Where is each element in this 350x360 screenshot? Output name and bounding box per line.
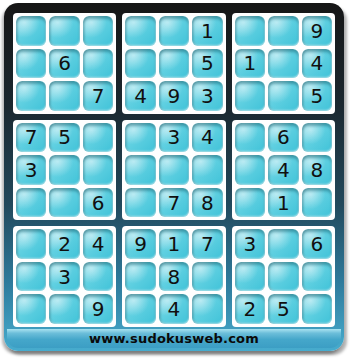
cell-r1c8[interactable] [268, 16, 298, 46]
cell-r9c9[interactable] [302, 294, 332, 324]
cell-r8c8[interactable] [268, 262, 298, 292]
box-2-2: 3478 [122, 120, 225, 221]
cell-r4c1[interactable]: 7 [16, 123, 46, 153]
cell-r2c9[interactable]: 4 [302, 49, 332, 79]
cell-r4c6[interactable]: 4 [192, 123, 222, 153]
cell-r2c5[interactable] [159, 49, 189, 79]
cell-r6c6[interactable]: 8 [192, 188, 222, 218]
cell-r1c5[interactable] [159, 16, 189, 46]
site-url[interactable]: www.sudokusweb.com [89, 331, 259, 346]
cell-r6c4[interactable] [125, 188, 155, 218]
sudoku-grid: 671549391457536347864812439917843625 [13, 13, 335, 327]
cell-r5c3[interactable] [83, 155, 113, 185]
cell-r1c3[interactable] [83, 16, 113, 46]
cell-r4c3[interactable] [83, 123, 113, 153]
cell-r9c7[interactable]: 2 [235, 294, 265, 324]
cell-r3c8[interactable] [268, 81, 298, 111]
cell-r6c8[interactable]: 1 [268, 188, 298, 218]
box-3-3: 3625 [232, 226, 335, 327]
cell-r5c1[interactable]: 3 [16, 155, 46, 185]
cell-r7c4[interactable]: 9 [125, 229, 155, 259]
cell-r5c7[interactable] [235, 155, 265, 185]
cell-r6c5[interactable]: 7 [159, 188, 189, 218]
box-3-2: 91784 [122, 226, 225, 327]
box-3-1: 2439 [13, 226, 116, 327]
cell-r4c2[interactable]: 5 [49, 123, 79, 153]
cell-r9c6[interactable] [192, 294, 222, 324]
box-2-1: 7536 [13, 120, 116, 221]
cell-r2c4[interactable] [125, 49, 155, 79]
cell-r3c1[interactable] [16, 81, 46, 111]
cell-r3c6[interactable]: 3 [192, 81, 222, 111]
cell-r7c6[interactable]: 7 [192, 229, 222, 259]
cell-r1c9[interactable]: 9 [302, 16, 332, 46]
cell-r9c2[interactable] [49, 294, 79, 324]
cell-r5c8[interactable]: 4 [268, 155, 298, 185]
cell-r2c3[interactable] [83, 49, 113, 79]
cell-r2c6[interactable]: 5 [192, 49, 222, 79]
cell-r3c7[interactable] [235, 81, 265, 111]
cell-r2c2[interactable]: 6 [49, 49, 79, 79]
cell-r2c1[interactable] [16, 49, 46, 79]
box-1-2: 15493 [122, 13, 225, 114]
cell-r3c9[interactable]: 5 [302, 81, 332, 111]
cell-r7c2[interactable]: 2 [49, 229, 79, 259]
cell-r8c1[interactable] [16, 262, 46, 292]
cell-r8c4[interactable] [125, 262, 155, 292]
cell-r6c9[interactable] [302, 188, 332, 218]
cell-r3c2[interactable] [49, 81, 79, 111]
cell-r6c7[interactable] [235, 188, 265, 218]
cell-r4c9[interactable] [302, 123, 332, 153]
cell-r7c5[interactable]: 1 [159, 229, 189, 259]
cell-r1c2[interactable] [49, 16, 79, 46]
cell-r9c5[interactable]: 4 [159, 294, 189, 324]
cell-r3c3[interactable]: 7 [83, 81, 113, 111]
cell-r3c5[interactable]: 9 [159, 81, 189, 111]
cell-r7c8[interactable] [268, 229, 298, 259]
cell-r7c1[interactable] [16, 229, 46, 259]
cell-r1c1[interactable] [16, 16, 46, 46]
box-2-3: 6481 [232, 120, 335, 221]
cell-r1c4[interactable] [125, 16, 155, 46]
cell-r2c8[interactable] [268, 49, 298, 79]
footer-bar: www.sudokusweb.com [7, 329, 341, 348]
cell-r9c4[interactable] [125, 294, 155, 324]
cell-r8c3[interactable] [83, 262, 113, 292]
cell-r5c6[interactable] [192, 155, 222, 185]
cell-r4c8[interactable]: 6 [268, 123, 298, 153]
cell-r5c9[interactable]: 8 [302, 155, 332, 185]
cell-r5c2[interactable] [49, 155, 79, 185]
cell-r8c5[interactable]: 8 [159, 262, 189, 292]
cell-r8c6[interactable] [192, 262, 222, 292]
cell-r9c8[interactable]: 5 [268, 294, 298, 324]
cell-r2c7[interactable]: 1 [235, 49, 265, 79]
cell-r4c4[interactable] [125, 123, 155, 153]
cell-r1c7[interactable] [235, 16, 265, 46]
cell-r7c9[interactable]: 6 [302, 229, 332, 259]
cell-r1c6[interactable]: 1 [192, 16, 222, 46]
cell-r9c1[interactable] [16, 294, 46, 324]
board-frame: 671549391457536347864812439917843625 www… [4, 3, 344, 351]
box-1-1: 67 [13, 13, 116, 114]
cell-r7c7[interactable]: 3 [235, 229, 265, 259]
box-1-3: 9145 [232, 13, 335, 114]
cell-r3c4[interactable]: 4 [125, 81, 155, 111]
cell-r6c3[interactable]: 6 [83, 188, 113, 218]
cell-r7c3[interactable]: 4 [83, 229, 113, 259]
cell-r6c2[interactable] [49, 188, 79, 218]
cell-r4c7[interactable] [235, 123, 265, 153]
cell-r8c2[interactable]: 3 [49, 262, 79, 292]
cell-r9c3[interactable]: 9 [83, 294, 113, 324]
cell-r8c7[interactable] [235, 262, 265, 292]
cell-r5c5[interactable] [159, 155, 189, 185]
cell-r4c5[interactable]: 3 [159, 123, 189, 153]
cell-r8c9[interactable] [302, 262, 332, 292]
cell-r6c1[interactable] [16, 188, 46, 218]
cell-r5c4[interactable] [125, 155, 155, 185]
sudoku-page: 671549391457536347864812439917843625 www… [0, 0, 350, 360]
